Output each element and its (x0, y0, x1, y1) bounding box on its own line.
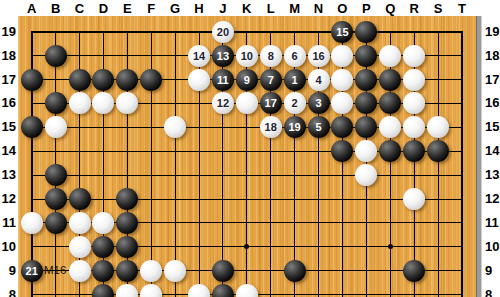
col-label-O: O (330, 1, 354, 16)
row-label-right-11: 11 (485, 215, 500, 231)
stone-P17 (355, 69, 377, 91)
col-label-N: N (307, 1, 331, 16)
col-label-G: G (163, 1, 187, 16)
stone-M18-move-6: 6 (284, 45, 306, 67)
col-label-D: D (91, 1, 115, 16)
row-label-left-15: 15 (0, 119, 16, 135)
col-label-J: J (211, 1, 235, 16)
stone-E17 (116, 69, 138, 91)
row-label-left-19: 19 (0, 24, 16, 40)
stone-L17-move-7: 7 (260, 69, 282, 91)
row-label-right-16: 16 (485, 95, 500, 111)
row-label-right-10: 10 (485, 239, 500, 255)
row-label-right-8: 8 (485, 287, 500, 297)
annotation-stone-21: 21 (21, 260, 43, 282)
row-label-right-18: 18 (485, 48, 500, 64)
col-label-S: S (426, 1, 450, 16)
stone-R17 (403, 69, 425, 91)
board-edge-shadow (476, 16, 482, 297)
stone-B18 (45, 45, 67, 67)
stone-M16-move-2: 2 (284, 92, 306, 114)
stone-P18 (355, 45, 377, 67)
stone-C16 (69, 92, 91, 114)
stone-B11 (45, 212, 67, 234)
row-label-left-14: 14 (0, 143, 16, 159)
stone-O17 (331, 69, 353, 91)
col-label-P: P (354, 1, 378, 16)
stone-L16-move-17: 17 (260, 92, 282, 114)
row-label-left-16: 16 (0, 95, 16, 111)
stone-C10 (69, 236, 91, 258)
row-label-right-14: 14 (485, 143, 500, 159)
stone-J9 (212, 260, 234, 282)
row-label-left-10: 10 (0, 239, 16, 255)
stone-C11 (69, 212, 91, 234)
grid-line-col-S (438, 32, 439, 297)
stone-Q17 (379, 69, 401, 91)
stone-B16 (45, 92, 67, 114)
col-label-M: M (283, 1, 307, 16)
row-label-right-19: 19 (485, 24, 500, 40)
stone-B15 (45, 116, 67, 138)
stone-O18 (331, 45, 353, 67)
stone-C9 (69, 260, 91, 282)
row-label-left-8: 8 (0, 287, 16, 297)
stone-D17 (92, 69, 114, 91)
stone-O19-move-15: 15 (331, 21, 353, 43)
col-label-C: C (68, 1, 92, 16)
stone-K17-move-9: 9 (236, 69, 258, 91)
stone-G9 (164, 260, 186, 282)
stone-N15-move-5: 5 (308, 116, 330, 138)
row-label-left-12: 12 (0, 191, 16, 207)
stone-A11 (21, 212, 43, 234)
grid-line-row-19 (31, 31, 463, 33)
row-label-right-12: 12 (485, 191, 500, 207)
col-label-T: T (450, 1, 474, 16)
stone-M15-move-19: 19 (284, 116, 306, 138)
col-label-Q: Q (378, 1, 402, 16)
row-label-right-17: 17 (485, 72, 500, 88)
stone-B13 (45, 164, 67, 186)
stone-N17-move-4: 4 (308, 69, 330, 91)
stone-K18-move-10: 10 (236, 45, 258, 67)
stone-F17 (140, 69, 162, 91)
stone-J19-move-20: 20 (212, 21, 234, 43)
stone-N18-move-16: 16 (308, 45, 330, 67)
row-label-right-15: 15 (485, 119, 500, 135)
stone-J17-move-11: 11 (212, 69, 234, 91)
stone-E10 (116, 236, 138, 258)
col-label-L: L (259, 1, 283, 16)
stone-A17 (21, 69, 43, 91)
stone-H18-move-14: 14 (188, 45, 210, 67)
col-label-B: B (44, 1, 68, 16)
row-label-left-17: 17 (0, 72, 16, 88)
annotation-move-number: 21 (26, 265, 38, 277)
col-label-A: A (20, 1, 44, 16)
col-label-H: H (187, 1, 211, 16)
row-label-left-18: 18 (0, 48, 16, 64)
row-label-left-13: 13 (0, 167, 16, 183)
stone-E9 (116, 260, 138, 282)
row-label-left-11: 11 (0, 215, 16, 231)
stone-L18-move-8: 8 (260, 45, 282, 67)
stone-C12 (69, 188, 91, 210)
stone-M9 (284, 260, 306, 282)
grid-line-row-12 (31, 199, 463, 200)
stone-N16-move-3: 3 (308, 92, 330, 114)
stone-Q18 (379, 45, 401, 67)
grid-line-col-T (461, 32, 463, 297)
stone-F9 (140, 260, 162, 282)
stone-R18 (403, 45, 425, 67)
col-label-K: K (235, 1, 259, 16)
stone-B12 (45, 188, 67, 210)
stone-D9 (92, 260, 114, 282)
stone-H17 (188, 69, 210, 91)
grid-line-col-G (175, 32, 176, 297)
stone-L15-move-18: 18 (260, 116, 282, 138)
grid-line-row-13 (31, 175, 463, 176)
stone-P19 (355, 21, 377, 43)
stone-R12 (403, 188, 425, 210)
row-label-right-9: 9 (485, 263, 500, 279)
stone-M17-move-1: 1 (284, 69, 306, 91)
row-label-right-13: 13 (485, 167, 500, 183)
stone-A15 (21, 116, 43, 138)
col-label-E: E (115, 1, 139, 16)
col-label-F: F (139, 1, 163, 16)
annotation-coordinate-text: M16 (44, 264, 66, 276)
row-label-left-9: 9 (0, 263, 16, 279)
stone-C17 (69, 69, 91, 91)
go-board-widget: 2015141310861611971412172318195 ABCDEFGH… (0, 0, 500, 297)
col-label-R: R (402, 1, 426, 16)
stone-J18-move-13: 13 (212, 45, 234, 67)
stone-R9 (403, 260, 425, 282)
